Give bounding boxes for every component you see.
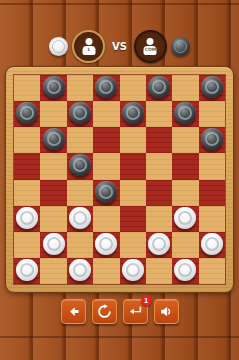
square-r4c6[interactable]	[172, 180, 198, 206]
square-r5c6[interactable]	[172, 206, 198, 232]
sound-button[interactable]	[154, 299, 179, 324]
player2-avatar: COM	[134, 30, 167, 63]
square-r6c6[interactable]	[172, 232, 198, 258]
square-r7c2[interactable]	[67, 258, 93, 284]
speaker-icon	[159, 304, 174, 319]
board-grid	[13, 74, 226, 285]
square-r6c4[interactable]	[120, 232, 146, 258]
square-r5c7[interactable]	[199, 206, 225, 232]
square-r2c7[interactable]	[199, 127, 225, 153]
square-r4c3[interactable]	[93, 180, 119, 206]
white-piece[interactable]	[174, 259, 196, 281]
back-arrow-icon	[66, 304, 81, 319]
square-r4c4[interactable]	[120, 180, 146, 206]
square-r1c3[interactable]	[93, 101, 119, 127]
square-r2c1[interactable]	[40, 127, 66, 153]
restart-button[interactable]	[92, 299, 117, 324]
header-bar: 1 VS COM	[0, 29, 239, 63]
white-piece[interactable]	[174, 207, 196, 229]
square-r7c4[interactable]	[120, 258, 146, 284]
square-r3c2[interactable]	[67, 153, 93, 179]
square-r6c5[interactable]	[146, 232, 172, 258]
square-r0c7[interactable]	[199, 75, 225, 101]
dark-piece[interactable]	[69, 154, 91, 176]
wood-seam-top	[0, 3, 239, 5]
white-piece[interactable]	[43, 233, 65, 255]
square-r3c4[interactable]	[120, 153, 146, 179]
dark-piece[interactable]	[43, 128, 65, 150]
square-r5c4[interactable]	[120, 206, 146, 232]
square-r4c0[interactable]	[14, 180, 40, 206]
dark-piece[interactable]	[16, 102, 38, 124]
checkers-app: 1 VS COM 1	[0, 0, 239, 360]
square-r1c7[interactable]	[199, 101, 225, 127]
square-r3c6[interactable]	[172, 153, 198, 179]
square-r6c1[interactable]	[40, 232, 66, 258]
dark-piece[interactable]	[148, 76, 170, 98]
square-r7c3[interactable]	[93, 258, 119, 284]
person-icon: 1	[80, 38, 97, 55]
square-r2c2[interactable]	[67, 127, 93, 153]
restart-icon	[97, 304, 112, 319]
white-piece[interactable]	[148, 233, 170, 255]
white-piece[interactable]	[16, 259, 38, 281]
player1-label: 1	[87, 48, 90, 53]
dark-piece[interactable]	[122, 102, 144, 124]
white-piece[interactable]	[69, 259, 91, 281]
square-r3c7[interactable]	[199, 153, 225, 179]
square-r0c6[interactable]	[172, 75, 198, 101]
player2-label: COM	[145, 48, 157, 53]
square-r1c0[interactable]	[14, 101, 40, 127]
square-r7c5[interactable]	[146, 258, 172, 284]
white-piece[interactable]	[16, 207, 38, 229]
white-piece[interactable]	[201, 233, 223, 255]
square-r6c2[interactable]	[67, 232, 93, 258]
square-r2c5[interactable]	[146, 127, 172, 153]
square-r0c5[interactable]	[146, 75, 172, 101]
square-r0c0[interactable]	[14, 75, 40, 101]
square-r0c3[interactable]	[93, 75, 119, 101]
dark-piece[interactable]	[43, 76, 65, 98]
dark-piece[interactable]	[69, 102, 91, 124]
square-r6c7[interactable]	[199, 232, 225, 258]
wood-seam-bottom	[0, 336, 239, 338]
square-r6c3[interactable]	[93, 232, 119, 258]
square-r3c0[interactable]	[14, 153, 40, 179]
square-r4c7[interactable]	[199, 180, 225, 206]
dark-piece[interactable]	[174, 102, 196, 124]
square-r2c6[interactable]	[172, 127, 198, 153]
toolbar: 1	[0, 299, 239, 324]
square-r2c4[interactable]	[120, 127, 146, 153]
white-piece[interactable]	[95, 233, 117, 255]
undo-return-icon	[128, 304, 143, 319]
dark-piece[interactable]	[201, 128, 223, 150]
square-r0c4[interactable]	[120, 75, 146, 101]
vs-label: VS	[112, 41, 127, 52]
square-r5c3[interactable]	[93, 206, 119, 232]
square-r1c1[interactable]	[40, 101, 66, 127]
square-r3c5[interactable]	[146, 153, 172, 179]
square-r1c5[interactable]	[146, 101, 172, 127]
game-board	[5, 66, 234, 293]
square-r2c0[interactable]	[14, 127, 40, 153]
back-button[interactable]	[61, 299, 86, 324]
square-r6c0[interactable]	[14, 232, 40, 258]
square-r7c1[interactable]	[40, 258, 66, 284]
undo-count-badge: 1	[141, 295, 152, 306]
square-r5c1[interactable]	[40, 206, 66, 232]
dark-checker-icon	[171, 37, 190, 56]
square-r4c2[interactable]	[67, 180, 93, 206]
square-r4c5[interactable]	[146, 180, 172, 206]
square-r5c2[interactable]	[67, 206, 93, 232]
player1-avatar: 1	[72, 30, 105, 63]
square-r7c0[interactable]	[14, 258, 40, 284]
square-r0c2[interactable]	[67, 75, 93, 101]
square-r7c7[interactable]	[199, 258, 225, 284]
square-r4c1[interactable]	[40, 180, 66, 206]
square-r2c3[interactable]	[93, 127, 119, 153]
square-r1c6[interactable]	[172, 101, 198, 127]
square-r0c1[interactable]	[40, 75, 66, 101]
dark-piece[interactable]	[95, 76, 117, 98]
white-checker-icon	[49, 37, 68, 56]
person-icon: COM	[142, 38, 159, 55]
dark-piece[interactable]	[201, 76, 223, 98]
square-r1c2[interactable]	[67, 101, 93, 127]
square-r5c0[interactable]	[14, 206, 40, 232]
square-r5c5[interactable]	[146, 206, 172, 232]
white-piece[interactable]	[69, 207, 91, 229]
undo-button[interactable]: 1	[123, 299, 148, 324]
square-r3c1[interactable]	[40, 153, 66, 179]
dark-piece[interactable]	[95, 181, 117, 203]
white-piece[interactable]	[122, 259, 144, 281]
square-r1c4[interactable]	[120, 101, 146, 127]
square-r7c6[interactable]	[172, 258, 198, 284]
square-r3c3[interactable]	[93, 153, 119, 179]
